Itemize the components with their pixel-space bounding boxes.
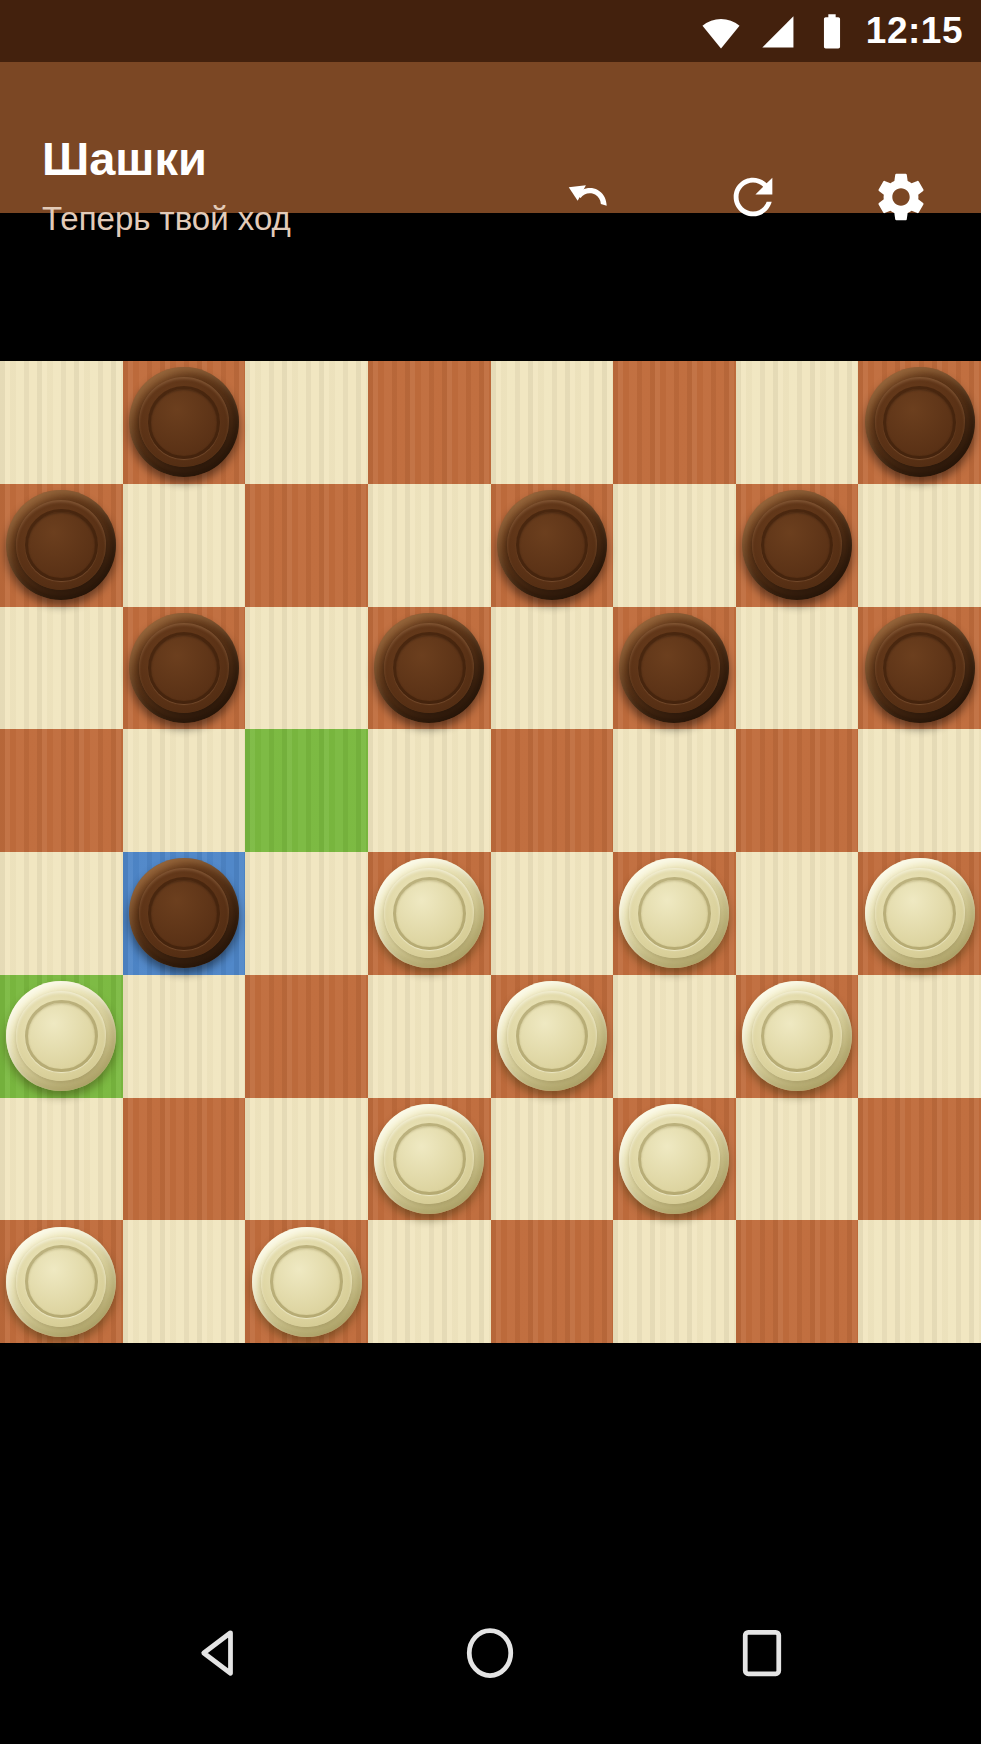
board-cell-c1[interactable] [245, 1220, 368, 1343]
phone-screen: 12:15 Шашки Теперь твой ход [0, 0, 981, 1744]
board-cell-f5[interactable] [613, 729, 736, 852]
board-cell-e2[interactable] [491, 1098, 614, 1221]
checker-white[interactable] [374, 858, 484, 968]
undo-icon [561, 168, 619, 229]
battery-icon [811, 10, 853, 52]
checker-white[interactable] [252, 1227, 362, 1337]
board-cell-c3[interactable] [245, 975, 368, 1098]
turn-status-text: Теперь твой ход [42, 200, 291, 238]
board-cell-b6[interactable] [123, 607, 246, 730]
board-cell-c8[interactable] [245, 361, 368, 484]
checker-white[interactable] [619, 1104, 729, 1214]
board-cell-f2[interactable] [613, 1098, 736, 1221]
clock: 12:15 [866, 10, 963, 52]
checker-white[interactable] [6, 1227, 116, 1337]
checker-white[interactable] [374, 1104, 484, 1214]
page-title: Шашки [42, 134, 207, 183]
board-cell-g2[interactable] [736, 1098, 859, 1221]
board-cell-d2[interactable] [368, 1098, 491, 1221]
board-cell-c5[interactable] [245, 729, 368, 852]
board-cell-h3[interactable] [858, 975, 981, 1098]
board-cell-h1[interactable] [858, 1220, 981, 1343]
board-cell-g3[interactable] [736, 975, 859, 1098]
board-cell-d8[interactable] [368, 361, 491, 484]
back-triangle-icon [189, 1623, 249, 1686]
board-cell-a8[interactable] [0, 361, 123, 484]
board-cell-g4[interactable] [736, 852, 859, 975]
board-cell-h5[interactable] [858, 729, 981, 852]
board-cell-e5[interactable] [491, 729, 614, 852]
board-cell-h2[interactable] [858, 1098, 981, 1221]
board-cell-b3[interactable] [123, 975, 246, 1098]
gear-icon [872, 168, 930, 229]
board-cell-a1[interactable] [0, 1220, 123, 1343]
undo-button[interactable] [559, 167, 621, 229]
board-cell-d1[interactable] [368, 1220, 491, 1343]
checker-white[interactable] [865, 858, 975, 968]
board-cell-a2[interactable] [0, 1098, 123, 1221]
checker-white[interactable] [619, 858, 729, 968]
board-cell-h7[interactable] [858, 484, 981, 607]
board-cell-h6[interactable] [858, 607, 981, 730]
checker-dark[interactable] [497, 490, 607, 600]
board-cell-g6[interactable] [736, 607, 859, 730]
restart-button[interactable] [722, 167, 784, 229]
board-cell-f4[interactable] [613, 852, 736, 975]
board-cell-d5[interactable] [368, 729, 491, 852]
board-cell-f6[interactable] [613, 607, 736, 730]
nav-home-button[interactable] [460, 1624, 520, 1684]
wifi-icon [699, 9, 743, 53]
recents-square-icon [732, 1623, 792, 1686]
board-cell-e1[interactable] [491, 1220, 614, 1343]
refresh-icon [724, 168, 782, 229]
board-cell-b4[interactable] [123, 852, 246, 975]
checker-dark[interactable] [6, 490, 116, 600]
board-cell-e6[interactable] [491, 607, 614, 730]
board-cell-f1[interactable] [613, 1220, 736, 1343]
status-bar: 12:15 [0, 0, 981, 62]
board [0, 361, 981, 1343]
board-cell-g7[interactable] [736, 484, 859, 607]
checker-dark[interactable] [374, 613, 484, 723]
checker-white[interactable] [742, 981, 852, 1091]
nav-recents-button[interactable] [732, 1624, 792, 1684]
checker-white[interactable] [497, 981, 607, 1091]
board-cell-g5[interactable] [736, 729, 859, 852]
checker-dark[interactable] [129, 858, 239, 968]
board-cell-d6[interactable] [368, 607, 491, 730]
board-cell-d3[interactable] [368, 975, 491, 1098]
board-cell-h8[interactable] [858, 361, 981, 484]
checker-dark[interactable] [129, 613, 239, 723]
board-cell-e4[interactable] [491, 852, 614, 975]
checker-dark[interactable] [742, 490, 852, 600]
app-bar: Шашки Теперь твой ход [0, 62, 981, 213]
board-cell-e8[interactable] [491, 361, 614, 484]
cell-signal-icon [756, 10, 798, 52]
board-cell-c6[interactable] [245, 607, 368, 730]
board-cell-h4[interactable] [858, 852, 981, 975]
board-cell-a7[interactable] [0, 484, 123, 607]
board-cell-a4[interactable] [0, 852, 123, 975]
settings-button[interactable] [870, 167, 932, 229]
board-cell-f3[interactable] [613, 975, 736, 1098]
board-cell-f8[interactable] [613, 361, 736, 484]
android-nav-bar [0, 1610, 981, 1744]
board-cell-c2[interactable] [245, 1098, 368, 1221]
board-cell-g8[interactable] [736, 361, 859, 484]
home-circle-icon [460, 1623, 520, 1686]
board-cell-b5[interactable] [123, 729, 246, 852]
nav-back-button[interactable] [189, 1624, 249, 1684]
board-cell-c7[interactable] [245, 484, 368, 607]
checker-white[interactable] [6, 981, 116, 1091]
board-cell-e7[interactable] [491, 484, 614, 607]
board-cell-a6[interactable] [0, 607, 123, 730]
checker-dark[interactable] [865, 613, 975, 723]
board-cell-f7[interactable] [613, 484, 736, 607]
board-cell-d4[interactable] [368, 852, 491, 975]
board-cell-a5[interactable] [0, 729, 123, 852]
checker-dark[interactable] [619, 613, 729, 723]
board-cell-c4[interactable] [245, 852, 368, 975]
checker-dark[interactable] [865, 367, 975, 477]
board-cell-b7[interactable] [123, 484, 246, 607]
board-cell-e3[interactable] [491, 975, 614, 1098]
board-cell-d7[interactable] [368, 484, 491, 607]
board-cell-b8[interactable] [123, 361, 246, 484]
checker-dark[interactable] [129, 367, 239, 477]
board-cell-b1[interactable] [123, 1220, 246, 1343]
board-cell-g1[interactable] [736, 1220, 859, 1343]
board-cell-b2[interactable] [123, 1098, 246, 1221]
board-cell-a3[interactable] [0, 975, 123, 1098]
